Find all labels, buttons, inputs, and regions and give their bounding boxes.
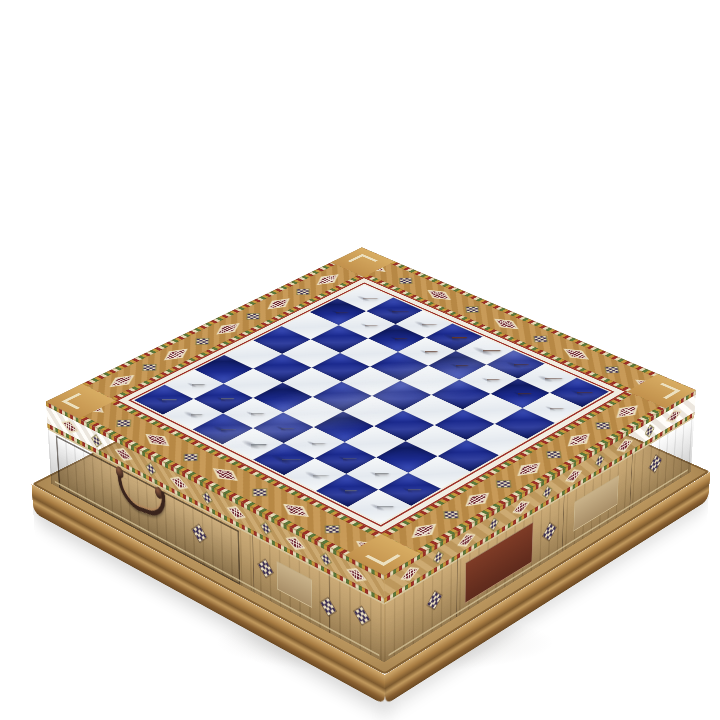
star-inlay [192, 525, 206, 542]
plank-seam [456, 559, 458, 618]
star-inlay-motif [326, 525, 339, 532]
star-inlay-motif [535, 336, 548, 342]
rook-glyph-icon: ♜ [353, 460, 403, 515]
stage: ♜♞♝♛♚♝♞♜♟♟♟♟♟♟♟♟♟♟♟♟♟♟♟♟♜♞♝♛♚♝♞♜ [0, 0, 720, 720]
star-inlay-motif [118, 420, 131, 426]
star-inlay-motif [147, 463, 156, 474]
star-inlay-motif [490, 518, 499, 529]
star-inlay-motif [595, 455, 603, 466]
parchment-panel [277, 561, 313, 608]
star-inlay-motif [444, 511, 458, 518]
star-inlay-motif [92, 435, 101, 446]
star-inlay [258, 560, 273, 578]
star-inlay [427, 591, 441, 609]
pawn-glyph-icon: ♟ [531, 372, 569, 414]
star-inlay [354, 607, 370, 625]
diamond-inlay-motif [138, 430, 177, 450]
star-inlay-motif [321, 553, 331, 565]
star-inlay [649, 455, 661, 472]
star-inlay-motif [466, 307, 478, 313]
star-inlay-motif [645, 425, 653, 436]
star-inlay-motif [400, 278, 412, 283]
plank-seam [252, 534, 254, 593]
star-inlay-motif [547, 451, 560, 458]
scene: ♜♞♝♛♚♝♞♜♟♟♟♟♟♟♟♟♟♟♟♟♟♟♟♟♜♞♝♛♚♝♞♜ [0, 0, 720, 720]
chess-box: ♜♞♝♛♚♝♞♜♟♟♟♟♟♟♟♟♟♟♟♟♟♟♟♟♜♞♝♛♚♝♞♜ [46, 247, 696, 575]
star-inlay-motif [496, 481, 509, 488]
plank-seam [562, 494, 565, 552]
star-inlay-motif [185, 454, 198, 461]
star-inlay-motif [203, 492, 212, 503]
star-inlay-motif [297, 289, 308, 294]
diamond-inlay-motif [205, 464, 245, 485]
star-inlay-motif [434, 551, 443, 563]
star-inlay [543, 523, 556, 540]
plank-seam [629, 453, 632, 510]
diamond-inlay-motif [457, 488, 497, 510]
star-inlay-motif [247, 313, 258, 319]
star-inlay-motif [596, 422, 609, 428]
star-inlay-motif [261, 522, 271, 533]
star-inlay-motif [543, 486, 552, 497]
star-inlay-motif [196, 338, 208, 344]
star-inlay [321, 598, 336, 616]
star-inlay-motif [605, 367, 618, 373]
star-inlay-motif [254, 489, 267, 496]
